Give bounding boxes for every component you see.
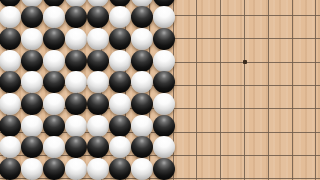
white-stone[interactable]: [131, 71, 153, 93]
grid-vline: [196, 0, 197, 180]
black-stone[interactable]: [131, 50, 153, 72]
white-stone[interactable]: [131, 28, 153, 50]
black-stone[interactable]: [21, 136, 43, 158]
black-stone[interactable]: [109, 28, 131, 50]
white-stone[interactable]: [43, 50, 65, 72]
white-stone[interactable]: [65, 28, 87, 50]
white-stone[interactable]: [109, 93, 131, 115]
star-point: [243, 60, 247, 64]
white-stone[interactable]: [21, 115, 43, 137]
grid-vline: [220, 0, 221, 180]
black-stone[interactable]: [0, 115, 21, 137]
white-stone[interactable]: [87, 28, 109, 50]
black-stone[interactable]: [131, 93, 153, 115]
white-stone[interactable]: [153, 136, 175, 158]
grid-vline: [268, 0, 269, 180]
white-stone[interactable]: [21, 28, 43, 50]
white-stone[interactable]: [43, 136, 65, 158]
white-stone[interactable]: [87, 115, 109, 137]
black-stone[interactable]: [0, 71, 21, 93]
black-stone[interactable]: [153, 158, 175, 180]
grid-vline: [315, 0, 316, 180]
white-stone[interactable]: [131, 158, 153, 180]
white-stone[interactable]: [109, 6, 131, 28]
black-stone[interactable]: [153, 28, 175, 50]
white-stone[interactable]: [153, 50, 175, 72]
white-stone[interactable]: [65, 158, 87, 180]
white-stone[interactable]: [109, 136, 131, 158]
white-stone[interactable]: [153, 6, 175, 28]
black-stone[interactable]: [153, 115, 175, 137]
black-stone[interactable]: [131, 6, 153, 28]
black-stone[interactable]: [87, 93, 109, 115]
black-stone[interactable]: [109, 115, 131, 137]
white-stone[interactable]: [0, 6, 21, 28]
black-stone[interactable]: [65, 93, 87, 115]
white-stone[interactable]: [65, 71, 87, 93]
black-stone[interactable]: [43, 115, 65, 137]
white-stone[interactable]: [0, 50, 21, 72]
white-stone[interactable]: [87, 71, 109, 93]
grid-vline: [244, 0, 245, 180]
black-stone[interactable]: [0, 158, 21, 180]
white-stone[interactable]: [153, 93, 175, 115]
black-stone[interactable]: [109, 158, 131, 180]
white-stone[interactable]: [21, 158, 43, 180]
black-stone[interactable]: [109, 71, 131, 93]
black-stone[interactable]: [43, 158, 65, 180]
black-stone[interactable]: [43, 71, 65, 93]
black-stone[interactable]: [21, 6, 43, 28]
black-stone[interactable]: [87, 136, 109, 158]
grid-vline: [292, 0, 293, 180]
black-stone[interactable]: [65, 136, 87, 158]
go-board[interactable]: [0, 0, 320, 180]
black-stone[interactable]: [21, 50, 43, 72]
black-stone[interactable]: [131, 136, 153, 158]
white-stone[interactable]: [43, 6, 65, 28]
white-stone[interactable]: [109, 50, 131, 72]
white-stone[interactable]: [0, 136, 21, 158]
black-stone[interactable]: [153, 71, 175, 93]
white-stone[interactable]: [65, 115, 87, 137]
black-stone[interactable]: [21, 93, 43, 115]
black-stone[interactable]: [87, 6, 109, 28]
black-stone[interactable]: [0, 28, 21, 50]
white-stone[interactable]: [43, 93, 65, 115]
white-stone[interactable]: [0, 93, 21, 115]
black-stone[interactable]: [87, 50, 109, 72]
black-stone[interactable]: [43, 28, 65, 50]
white-stone[interactable]: [21, 71, 43, 93]
white-stone[interactable]: [87, 158, 109, 180]
black-stone[interactable]: [65, 6, 87, 28]
white-stone[interactable]: [131, 115, 153, 137]
black-stone[interactable]: [65, 50, 87, 72]
